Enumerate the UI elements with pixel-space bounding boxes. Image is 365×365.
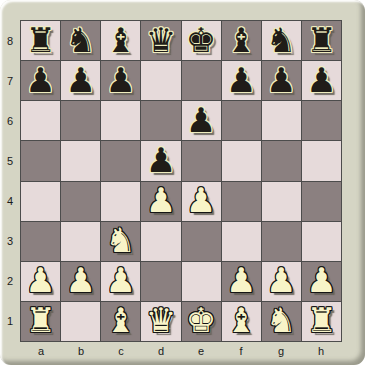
piece-white-bishop[interactable]: ♝ <box>226 303 256 337</box>
rank-labels: 87654321 <box>0 21 20 341</box>
piece-white-queen[interactable]: ♛ <box>146 303 176 337</box>
square-a6[interactable] <box>21 101 60 140</box>
piece-white-king[interactable]: ♚ <box>186 303 216 337</box>
square-d3[interactable] <box>141 222 180 261</box>
square-a4[interactable] <box>21 182 60 221</box>
rank-label-8: 8 <box>0 21 20 61</box>
piece-white-pawn[interactable]: ♟ <box>186 183 216 217</box>
square-h3[interactable] <box>302 222 341 261</box>
square-e5[interactable] <box>182 141 221 180</box>
square-a7[interactable]: ♟ <box>21 61 60 100</box>
rank-label-4: 4 <box>0 181 20 221</box>
file-label-e: e <box>181 343 221 359</box>
square-d7[interactable] <box>141 61 180 100</box>
square-g2[interactable]: ♟ <box>262 262 301 301</box>
square-f4[interactable] <box>222 182 261 221</box>
file-labels: abcdefgh <box>21 343 341 359</box>
rank-label-3: 3 <box>0 221 20 261</box>
square-f6[interactable] <box>222 101 261 140</box>
piece-black-pawn[interactable]: ♟ <box>106 63 136 97</box>
square-e2[interactable] <box>182 262 221 301</box>
piece-white-pawn[interactable]: ♟ <box>306 263 336 297</box>
square-f5[interactable] <box>222 141 261 180</box>
piece-black-pawn[interactable]: ♟ <box>25 63 55 97</box>
square-b8[interactable]: ♞ <box>61 21 100 60</box>
piece-black-bishop[interactable]: ♝ <box>226 23 256 57</box>
square-b6[interactable] <box>61 101 100 140</box>
square-f8[interactable]: ♝ <box>222 21 261 60</box>
square-e3[interactable] <box>182 222 221 261</box>
rank-label-1: 1 <box>0 301 20 341</box>
piece-white-knight[interactable]: ♞ <box>106 223 136 257</box>
square-d4[interactable]: ♟ <box>141 182 180 221</box>
piece-white-pawn[interactable]: ♟ <box>146 183 176 217</box>
file-label-h: h <box>301 343 341 359</box>
square-c7[interactable]: ♟ <box>101 61 140 100</box>
file-label-f: f <box>221 343 261 359</box>
square-g4[interactable] <box>262 182 301 221</box>
piece-black-pawn[interactable]: ♟ <box>226 63 256 97</box>
piece-white-pawn[interactable]: ♟ <box>65 263 95 297</box>
board-panel: 87654321 ♜♞♝♛♚♝♞♜♟♟♟♟♟♟♟♟♟♟♞♟♟♟♟♟♟♜♝♛♚♝♞… <box>0 0 365 365</box>
square-d5[interactable]: ♟ <box>141 141 180 180</box>
square-h5[interactable] <box>302 141 341 180</box>
square-e7[interactable] <box>182 61 221 100</box>
rank-label-5: 5 <box>0 141 20 181</box>
square-g8[interactable]: ♞ <box>262 21 301 60</box>
piece-white-knight[interactable]: ♞ <box>266 303 296 337</box>
square-h8[interactable]: ♜ <box>302 21 341 60</box>
rank-label-2: 2 <box>0 261 20 301</box>
square-a2[interactable]: ♟ <box>21 262 60 301</box>
square-a8[interactable]: ♜ <box>21 21 60 60</box>
square-c2[interactable]: ♟ <box>101 262 140 301</box>
square-g7[interactable]: ♟ <box>262 61 301 100</box>
square-d6[interactable] <box>141 101 180 140</box>
square-f2[interactable]: ♟ <box>222 262 261 301</box>
square-h2[interactable]: ♟ <box>302 262 341 301</box>
square-g5[interactable] <box>262 141 301 180</box>
square-b4[interactable] <box>61 182 100 221</box>
piece-black-knight[interactable]: ♞ <box>65 23 95 57</box>
piece-black-rook[interactable]: ♜ <box>25 23 55 57</box>
square-b1[interactable] <box>61 302 100 341</box>
file-label-d: d <box>141 343 181 359</box>
square-f1[interactable]: ♝ <box>222 302 261 341</box>
square-d2[interactable] <box>141 262 180 301</box>
square-e1[interactable]: ♚ <box>182 302 221 341</box>
rank-label-7: 7 <box>0 61 20 101</box>
square-g3[interactable] <box>262 222 301 261</box>
piece-white-pawn[interactable]: ♟ <box>226 263 256 297</box>
square-b5[interactable] <box>61 141 100 180</box>
piece-black-pawn[interactable]: ♟ <box>266 63 296 97</box>
square-b2[interactable]: ♟ <box>61 262 100 301</box>
piece-black-pawn[interactable]: ♟ <box>306 63 336 97</box>
square-c8[interactable]: ♝ <box>101 21 140 60</box>
piece-black-queen[interactable]: ♛ <box>146 23 176 57</box>
rank-label-6: 6 <box>0 101 20 141</box>
square-a1[interactable]: ♜ <box>21 302 60 341</box>
square-b3[interactable] <box>61 222 100 261</box>
piece-black-rook[interactable]: ♜ <box>306 23 336 57</box>
square-e6[interactable]: ♟ <box>182 101 221 140</box>
square-h4[interactable] <box>302 182 341 221</box>
square-a3[interactable] <box>21 222 60 261</box>
board: ♜♞♝♛♚♝♞♜♟♟♟♟♟♟♟♟♟♟♞♟♟♟♟♟♟♜♝♛♚♝♞♜ <box>20 20 342 342</box>
piece-white-bishop[interactable]: ♝ <box>106 303 136 337</box>
square-f7[interactable]: ♟ <box>222 61 261 100</box>
file-label-c: c <box>101 343 141 359</box>
square-g1[interactable]: ♞ <box>262 302 301 341</box>
piece-black-pawn[interactable]: ♟ <box>65 63 95 97</box>
square-c6[interactable] <box>101 101 140 140</box>
square-f3[interactable] <box>222 222 261 261</box>
square-b7[interactable]: ♟ <box>61 61 100 100</box>
square-d1[interactable]: ♛ <box>141 302 180 341</box>
square-c4[interactable] <box>101 182 140 221</box>
piece-black-bishop[interactable]: ♝ <box>106 23 136 57</box>
piece-white-rook[interactable]: ♜ <box>25 303 55 337</box>
piece-black-king[interactable]: ♚ <box>186 23 216 57</box>
square-c1[interactable]: ♝ <box>101 302 140 341</box>
piece-white-pawn[interactable]: ♟ <box>266 263 296 297</box>
square-e4[interactable]: ♟ <box>182 182 221 221</box>
piece-black-pawn[interactable]: ♟ <box>186 103 216 137</box>
square-h6[interactable] <box>302 101 341 140</box>
file-label-b: b <box>61 343 101 359</box>
square-e8[interactable]: ♚ <box>182 21 221 60</box>
square-g6[interactable] <box>262 101 301 140</box>
piece-white-rook[interactable]: ♜ <box>306 303 336 337</box>
piece-black-knight[interactable]: ♞ <box>266 23 296 57</box>
file-label-g: g <box>261 343 301 359</box>
square-c3[interactable]: ♞ <box>101 222 140 261</box>
file-label-a: a <box>21 343 61 359</box>
piece-black-pawn[interactable]: ♟ <box>146 143 176 177</box>
piece-white-pawn[interactable]: ♟ <box>106 263 136 297</box>
piece-white-pawn[interactable]: ♟ <box>25 263 55 297</box>
square-c5[interactable] <box>101 141 140 180</box>
square-h1[interactable]: ♜ <box>302 302 341 341</box>
square-a5[interactable] <box>21 141 60 180</box>
square-h7[interactable]: ♟ <box>302 61 341 100</box>
square-d8[interactable]: ♛ <box>141 21 180 60</box>
